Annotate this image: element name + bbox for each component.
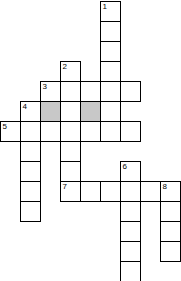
crossword-cell[interactable] [80, 121, 101, 142]
crossword-cell[interactable] [60, 81, 81, 102]
clue-number-7: 7 [63, 182, 67, 191]
clue-number-8: 8 [163, 182, 167, 191]
crossword-cell[interactable] [100, 61, 121, 82]
crossword-cell[interactable] [120, 121, 141, 142]
crossword-cell[interactable] [40, 121, 61, 142]
crossword-cell[interactable] [20, 181, 41, 202]
crossword-cell[interactable] [60, 141, 81, 162]
crossword-cell[interactable] [60, 101, 81, 122]
crossword-cell[interactable] [20, 141, 41, 162]
crossword-cell[interactable] [120, 241, 141, 262]
crossword-cell[interactable]: 4 [20, 101, 41, 122]
crossword-cell[interactable] [140, 181, 161, 202]
crossword-cell[interactable] [80, 181, 101, 202]
clue-number-2: 2 [63, 62, 67, 71]
crossword-cell-shaded[interactable] [40, 101, 61, 122]
crossword-cell[interactable] [100, 101, 121, 122]
clue-number-4: 4 [23, 102, 27, 111]
crossword-cell[interactable] [20, 161, 41, 182]
crossword-cell-shaded[interactable] [80, 101, 101, 122]
crossword-cell[interactable]: 3 [40, 81, 61, 102]
crossword-cell[interactable]: 8 [160, 181, 181, 202]
crossword-cell[interactable] [20, 121, 41, 142]
crossword-cell[interactable] [100, 121, 121, 142]
clue-number-5: 5 [3, 122, 7, 131]
crossword-cell[interactable] [120, 261, 141, 281]
crossword-cell[interactable] [160, 221, 181, 242]
crossword-cell[interactable] [60, 121, 81, 142]
crossword-cell[interactable]: 2 [60, 61, 81, 82]
crossword-cell[interactable] [120, 181, 141, 202]
clue-number-1: 1 [103, 2, 107, 11]
crossword-cell[interactable]: 6 [120, 161, 141, 182]
crossword-cell[interactable] [60, 161, 81, 182]
crossword-cell[interactable] [100, 21, 121, 42]
crossword-cell[interactable] [100, 41, 121, 62]
crossword-cell[interactable] [100, 181, 121, 202]
crossword-cell[interactable] [120, 221, 141, 242]
crossword-puzzle: 12345678 [0, 0, 181, 281]
crossword-board: 12345678 [0, 1, 181, 281]
crossword-cell[interactable] [20, 201, 41, 222]
crossword-cell[interactable] [100, 81, 121, 102]
crossword-cell[interactable]: 5 [0, 121, 21, 142]
crossword-cell[interactable] [120, 201, 141, 222]
crossword-cell[interactable]: 1 [100, 1, 121, 22]
crossword-cell[interactable] [160, 241, 181, 262]
crossword-cell[interactable]: 7 [60, 181, 81, 202]
clue-number-6: 6 [123, 162, 127, 171]
crossword-cell[interactable] [120, 81, 141, 102]
clue-number-3: 3 [43, 82, 47, 91]
crossword-cell[interactable] [160, 201, 181, 222]
crossword-cell[interactable] [80, 81, 101, 102]
